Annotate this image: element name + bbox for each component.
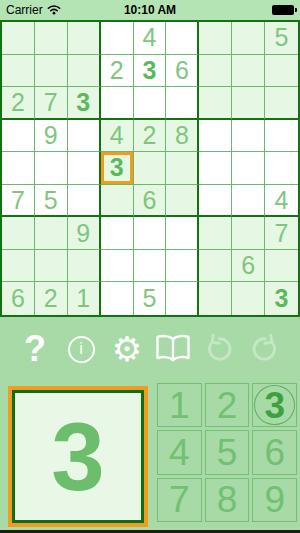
cell-r9c9[interactable]: 3: [265, 282, 298, 315]
info-icon: i: [68, 336, 95, 363]
cell-r7c2[interactable]: [35, 217, 68, 250]
help-button[interactable]: ?: [16, 329, 54, 369]
book-icon: [154, 333, 192, 366]
battery-icon: [272, 5, 294, 15]
cell-r2c9[interactable]: [265, 55, 298, 88]
cell-r6c5[interactable]: 6: [134, 185, 167, 218]
settings-button[interactable]: ⚙: [108, 329, 146, 369]
cell-r4c2[interactable]: 9: [35, 120, 68, 153]
cell-r4c4[interactable]: 4: [101, 120, 134, 153]
numpad-8[interactable]: 8: [205, 478, 250, 522]
cell-r4c7[interactable]: [199, 120, 232, 153]
cell-r6c9[interactable]: 4: [265, 185, 298, 218]
gear-icon: ⚙: [112, 332, 142, 366]
numpad-1[interactable]: 1: [157, 383, 202, 427]
cell-r2c6[interactable]: 6: [166, 55, 199, 88]
cell-r3c6[interactable]: [166, 87, 199, 120]
cell-r9c1[interactable]: 6: [2, 282, 35, 315]
sudoku-grid: 4523627394283756497662153: [0, 20, 300, 317]
cell-r2c7[interactable]: [199, 55, 232, 88]
cell-r3c4[interactable]: [101, 87, 134, 120]
app-screen: 10:10 AM Carrier 45236273942837564976621…: [0, 0, 300, 533]
cell-r5c7[interactable]: [199, 152, 232, 185]
numpad-7[interactable]: 7: [157, 478, 202, 522]
cell-r5c5[interactable]: [134, 152, 167, 185]
cell-r5c9[interactable]: [265, 152, 298, 185]
cell-r3c5[interactable]: [134, 87, 167, 120]
cell-r2c1[interactable]: [2, 55, 35, 88]
cell-r1c2[interactable]: [35, 22, 68, 55]
cell-r7c5[interactable]: [134, 217, 167, 250]
numpad-3[interactable]: 3: [252, 383, 297, 427]
cell-r9c6[interactable]: [166, 282, 199, 315]
cell-r2c3[interactable]: [68, 55, 101, 88]
cell-r2c5[interactable]: 3: [134, 55, 167, 88]
numpad-5[interactable]: 5: [205, 430, 250, 474]
cell-r7c1[interactable]: [2, 217, 35, 250]
cell-r6c2[interactable]: 5: [35, 185, 68, 218]
cell-r6c3[interactable]: [68, 185, 101, 218]
cell-r3c8[interactable]: [232, 87, 265, 120]
cell-r3c7[interactable]: [199, 87, 232, 120]
cell-r8c1[interactable]: [2, 250, 35, 283]
selected-number-frame: 3: [12, 390, 144, 523]
undo-icon: [203, 333, 235, 365]
cell-r1c1[interactable]: [2, 22, 35, 55]
cell-r7c4[interactable]: [101, 217, 134, 250]
numpad-4[interactable]: 4: [157, 430, 202, 474]
cell-r4c8[interactable]: [232, 120, 265, 153]
cell-r4c5[interactable]: 2: [134, 120, 167, 153]
cell-r4c9[interactable]: [265, 120, 298, 153]
cell-r3c3[interactable]: 3: [68, 87, 101, 120]
cell-r5c1[interactable]: [2, 152, 35, 185]
clock: 10:10 AM: [0, 3, 300, 17]
cell-r9c2[interactable]: 2: [35, 282, 68, 315]
cell-r5c6[interactable]: [166, 152, 199, 185]
cell-r4c1[interactable]: [2, 120, 35, 153]
cell-r9c7[interactable]: [199, 282, 232, 315]
cell-r5c2[interactable]: [35, 152, 68, 185]
cell-r6c6[interactable]: [166, 185, 199, 218]
cell-r2c2[interactable]: [35, 55, 68, 88]
redo-icon: [249, 333, 281, 365]
cell-r7c8[interactable]: [232, 217, 265, 250]
numpad-6[interactable]: 6: [252, 430, 297, 474]
cell-r8c5[interactable]: [134, 250, 167, 283]
cell-r1c9[interactable]: 5: [265, 22, 298, 55]
cell-r5c4[interactable]: 3: [101, 152, 134, 185]
toolbar: ? i ⚙: [0, 317, 300, 381]
cell-r9c8[interactable]: [232, 282, 265, 315]
cell-r7c7[interactable]: [199, 217, 232, 250]
cell-r4c6[interactable]: 8: [166, 120, 199, 153]
number-pad: 123456789: [157, 383, 297, 522]
cell-r7c3[interactable]: 9: [68, 217, 101, 250]
cell-r4c3[interactable]: [68, 120, 101, 153]
cell-r6c8[interactable]: [232, 185, 265, 218]
cell-r7c6[interactable]: [166, 217, 199, 250]
cell-r8c9[interactable]: [265, 250, 298, 283]
cell-r7c9[interactable]: 7: [265, 217, 298, 250]
info-button[interactable]: i: [62, 329, 100, 369]
cell-r3c9[interactable]: [265, 87, 298, 120]
cell-r8c4[interactable]: [101, 250, 134, 283]
selected-digit-ring: [254, 385, 295, 425]
cell-r9c5[interactable]: 5: [134, 282, 167, 315]
cell-r3c2[interactable]: 7: [35, 87, 68, 120]
status-bar: 10:10 AM Carrier: [0, 0, 300, 20]
redo-button[interactable]: [246, 329, 284, 369]
cell-r1c4[interactable]: [101, 22, 134, 55]
cell-r2c8[interactable]: [232, 55, 265, 88]
cell-r8c7[interactable]: [199, 250, 232, 283]
question-mark-icon: ?: [24, 331, 46, 367]
cell-r6c1[interactable]: 7: [2, 185, 35, 218]
numpad-9[interactable]: 9: [252, 478, 297, 522]
notes-button[interactable]: [154, 329, 192, 369]
cell-r6c4[interactable]: [101, 185, 134, 218]
cell-r5c8[interactable]: [232, 152, 265, 185]
cell-r1c6[interactable]: [166, 22, 199, 55]
cell-r8c2[interactable]: [35, 250, 68, 283]
numpad-2[interactable]: 2: [205, 383, 250, 427]
cell-r1c8[interactable]: [232, 22, 265, 55]
cell-r9c3[interactable]: 1: [68, 282, 101, 315]
selected-number-value: 3: [51, 409, 104, 505]
cell-r3c1[interactable]: 2: [2, 87, 35, 120]
cell-r1c3[interactable]: [68, 22, 101, 55]
cell-r1c7[interactable]: [199, 22, 232, 55]
cell-r2c4[interactable]: 2: [101, 55, 134, 88]
cell-r8c8[interactable]: 6: [232, 250, 265, 283]
selected-number-tile: 3: [8, 386, 148, 527]
cell-r8c3[interactable]: [68, 250, 101, 283]
cell-r9c4[interactable]: [101, 282, 134, 315]
cell-r5c3[interactable]: [68, 152, 101, 185]
undo-button[interactable]: [200, 329, 238, 369]
cell-r8c6[interactable]: [166, 250, 199, 283]
cell-r6c7[interactable]: [199, 185, 232, 218]
cell-r1c5[interactable]: 4: [134, 22, 167, 55]
